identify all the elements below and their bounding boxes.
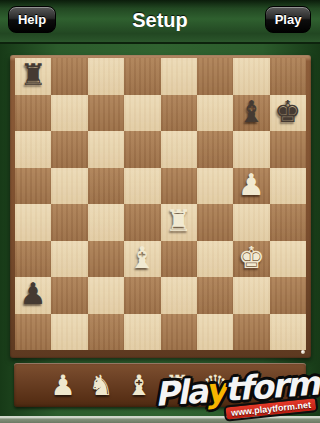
square-g1[interactable] [233,314,269,351]
square-a6[interactable] [15,131,51,168]
square-g5[interactable]: ♟ [233,168,269,205]
square-f3[interactable] [197,241,233,278]
frame-pin-icon [301,350,305,354]
square-c7[interactable] [88,95,124,132]
tray-piece-pawn[interactable]: ♟ [44,372,82,400]
square-a2[interactable]: ♟ [15,277,51,314]
tray-piece-rook[interactable]: ♜ [158,372,196,400]
piece-white-king[interactable]: ♚ [238,243,265,273]
square-f1[interactable] [197,314,233,351]
square-d6[interactable] [124,131,160,168]
tray-piece-queen[interactable]: ♛ [196,372,234,400]
square-h6[interactable] [270,131,306,168]
piece-black-king[interactable]: ♚ [274,97,301,127]
square-c5[interactable] [88,168,124,205]
square-b2[interactable] [51,277,87,314]
square-e6[interactable] [161,131,197,168]
piece-black-pawn[interactable]: ♟ [20,279,47,309]
square-e2[interactable] [161,277,197,314]
square-d5[interactable] [124,168,160,205]
square-f8[interactable] [197,58,233,95]
board-grid: ♜♝♚♟♜♝♚♟ [15,58,306,350]
square-e4[interactable]: ♜ [161,204,197,241]
square-d2[interactable] [124,277,160,314]
square-e3[interactable] [161,241,197,278]
piece-white-pawn[interactable]: ♟ [238,170,265,200]
square-d8[interactable] [124,58,160,95]
square-d7[interactable] [124,95,160,132]
square-d1[interactable] [124,314,160,351]
square-e5[interactable] [161,168,197,205]
square-a4[interactable] [15,204,51,241]
square-c1[interactable] [88,314,124,351]
tray-piece-bishop[interactable]: ♝ [120,372,158,400]
square-h3[interactable] [270,241,306,278]
square-g3[interactable]: ♚ [233,241,269,278]
square-a3[interactable] [15,241,51,278]
square-e8[interactable] [161,58,197,95]
piece-black-bishop[interactable]: ♝ [238,97,265,127]
square-b8[interactable] [51,58,87,95]
square-c6[interactable] [88,131,124,168]
square-g6[interactable] [233,131,269,168]
square-h2[interactable] [270,277,306,314]
square-c4[interactable] [88,204,124,241]
piece-white-rook[interactable]: ♜ [165,206,192,236]
piece-tray: ♟♞♝♜♛♚ [14,363,306,407]
header-bar: Help Setup Play [0,0,320,44]
square-e1[interactable] [161,314,197,351]
square-f7[interactable] [197,95,233,132]
square-f6[interactable] [197,131,233,168]
square-b3[interactable] [51,241,87,278]
square-b5[interactable] [51,168,87,205]
square-h5[interactable] [270,168,306,205]
square-c8[interactable] [88,58,124,95]
square-f4[interactable] [197,204,233,241]
square-c3[interactable] [88,241,124,278]
bottom-bar [0,416,320,423]
square-g7[interactable]: ♝ [233,95,269,132]
piece-black-rook[interactable]: ♜ [20,60,47,90]
square-h4[interactable] [270,204,306,241]
square-h8[interactable] [270,58,306,95]
play-button[interactable]: Play [265,6,311,33]
piece-white-bishop[interactable]: ♝ [129,243,156,273]
tray-piece-king[interactable]: ♚ [234,372,272,400]
square-g4[interactable] [233,204,269,241]
square-e7[interactable] [161,95,197,132]
square-a5[interactable] [15,168,51,205]
square-b4[interactable] [51,204,87,241]
board-frame: ♜♝♚♟♜♝♚♟ [10,55,311,358]
tray-piece-knight[interactable]: ♞ [82,372,120,400]
square-b7[interactable] [51,95,87,132]
square-f5[interactable] [197,168,233,205]
square-a8[interactable]: ♜ [15,58,51,95]
square-a7[interactable] [15,95,51,132]
square-d4[interactable] [124,204,160,241]
square-h7[interactable]: ♚ [270,95,306,132]
square-a1[interactable] [15,314,51,351]
square-f2[interactable] [197,277,233,314]
square-b6[interactable] [51,131,87,168]
square-g8[interactable] [233,58,269,95]
square-g2[interactable] [233,277,269,314]
square-c2[interactable] [88,277,124,314]
square-b1[interactable] [51,314,87,351]
square-d3[interactable]: ♝ [124,241,160,278]
square-h1[interactable] [270,314,306,351]
